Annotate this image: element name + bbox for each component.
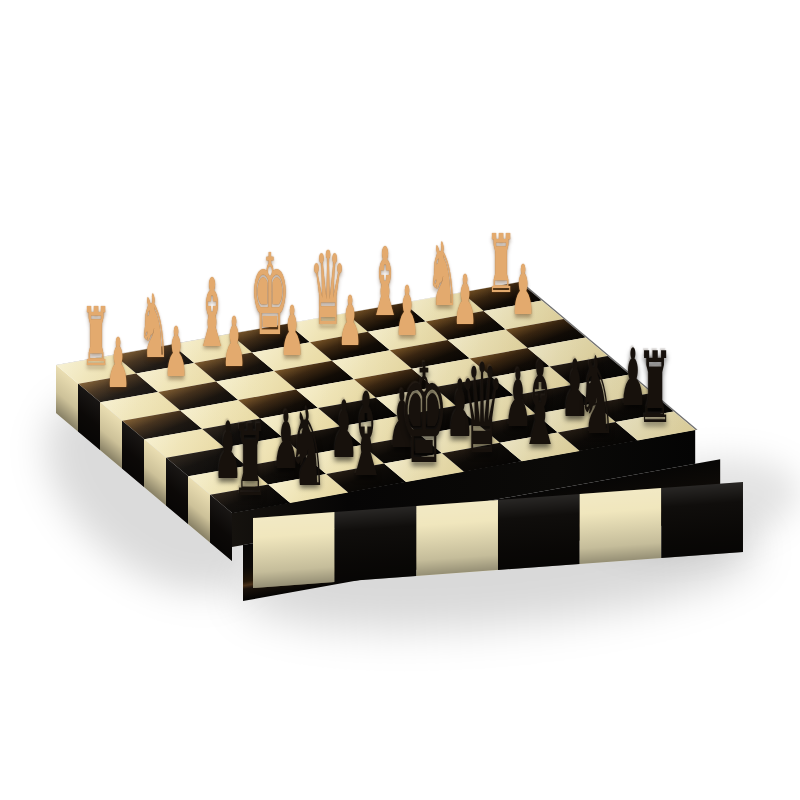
piece-black-king-e8[interactable]: ♚	[392, 405, 455, 475]
drawer-stripe	[335, 506, 417, 582]
piece-white-pawn-e2[interactable]: ♟	[276, 326, 308, 361]
white-pawn-glyph: ♟	[337, 287, 362, 356]
chess-set-photo: ♜♞♝♛♚♝♞♜♟♟♟♟♟♟♟♟♟♟♟♟♟♟♟♟♜♞♝♛♚♝♞♜	[0, 0, 800, 800]
piece-white-pawn-a2[interactable]: ♟	[507, 284, 539, 319]
black-knight-glyph: ♞	[578, 343, 616, 450]
piece-white-pawn-h2[interactable]: ♟	[102, 357, 134, 392]
white-pawn-glyph: ♟	[279, 297, 304, 366]
piece-black-knight-b8[interactable]: ♞	[573, 388, 622, 443]
white-pawn-glyph: ♟	[221, 307, 246, 376]
drawer-stripe	[416, 500, 498, 576]
piece-black-rook-h8[interactable]: ♜	[227, 454, 272, 504]
black-king-glyph: ♚	[399, 348, 448, 485]
piece-black-knight-g8[interactable]: ♞	[283, 440, 332, 495]
piece-white-pawn-g2[interactable]: ♟	[160, 347, 192, 382]
black-knight-glyph: ♞	[289, 395, 327, 502]
piece-black-queen-d8[interactable]: ♛	[453, 400, 510, 464]
white-pawn-glyph: ♟	[511, 255, 536, 324]
drawer-stripe	[253, 512, 335, 588]
piece-white-pawn-b2[interactable]: ♟	[449, 295, 481, 330]
piece-white-pawn-d2[interactable]: ♟	[334, 315, 366, 350]
pieces-layer: ♜♞♝♛♚♝♞♜♟♟♟♟♟♟♟♟♟♟♟♟♟♟♟♟♜♞♝♛♚♝♞♜	[0, 0, 800, 800]
white-pawn-glyph: ♟	[106, 328, 131, 397]
white-pawn-glyph: ♟	[453, 266, 478, 335]
drawer-stripe	[498, 494, 580, 570]
white-pawn-glyph: ♟	[163, 318, 188, 387]
piece-white-pawn-f2[interactable]: ♟	[218, 336, 250, 371]
piece-black-bishop-c8[interactable]: ♝	[513, 394, 566, 453]
black-rook-glyph: ♜	[232, 413, 267, 511]
drawer-stripe	[661, 482, 743, 558]
black-bishop-glyph: ♝	[345, 377, 386, 492]
piece-black-rook-a8[interactable]: ♜	[633, 381, 678, 431]
black-bishop-glyph: ♝	[519, 346, 560, 461]
black-queen-glyph: ♛	[459, 348, 503, 472]
piece-black-bishop-f8[interactable]: ♝	[339, 425, 392, 484]
black-rook-glyph: ♜	[638, 340, 673, 438]
drawer-stripe	[580, 488, 662, 564]
